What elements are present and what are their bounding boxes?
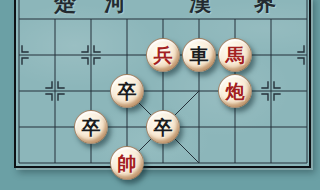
- board[interactable]: 兵車馬卒炮卒卒帥: [1, 1, 320, 181]
- piece-black-soldier[interactable]: 卒: [74, 110, 108, 144]
- piece-glyph: 兵: [154, 46, 173, 65]
- piece-black-soldier[interactable]: 卒: [110, 74, 144, 108]
- piece-red-cannon[interactable]: 炮: [218, 74, 252, 108]
- piece-glyph: 帥: [118, 154, 137, 173]
- piece-black-soldier[interactable]: 卒: [146, 110, 180, 144]
- piece-glyph: 卒: [82, 118, 101, 137]
- xiangqi-screenshot: 楚 河 漢 界 兵車馬卒炮卒卒帥: [0, 0, 320, 190]
- piece-black-chariot[interactable]: 車: [182, 38, 216, 72]
- piece-red-soldier[interactable]: 兵: [146, 38, 180, 72]
- piece-red-general[interactable]: 帥: [110, 146, 144, 180]
- piece-glyph: 卒: [154, 118, 173, 137]
- piece-glyph: 卒: [118, 82, 137, 101]
- piece-glyph: 炮: [226, 82, 245, 101]
- piece-red-horse[interactable]: 馬: [218, 38, 252, 72]
- piece-glyph: 車: [190, 46, 209, 65]
- piece-glyph: 馬: [226, 46, 245, 65]
